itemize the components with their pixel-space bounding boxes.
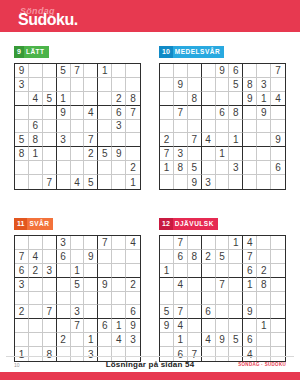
sudoku-cell-r3c6[interactable]: [229, 264, 243, 278]
sudoku-cell-r5c2[interactable]: [174, 120, 188, 134]
sudoku-cell-r6c4[interactable]: 4: [202, 133, 216, 147]
sudoku-cell-r6c7[interactable]: [98, 133, 112, 147]
sudoku-cell-r7c1[interactable]: 9: [160, 319, 174, 333]
sudoku-cell-r7c3[interactable]: [43, 319, 57, 333]
sudoku-cell-r7c3[interactable]: [188, 319, 202, 333]
sudoku-cell-r8c2[interactable]: [29, 161, 43, 175]
sudoku-cell-r2c1[interactable]: [160, 78, 174, 92]
sudoku-cell-r8c7[interactable]: [243, 161, 257, 175]
sudoku-cell-r2c6[interactable]: [84, 78, 98, 92]
sudoku-cell-r6c6[interactable]: 7: [84, 133, 98, 147]
sudoku-cell-r3c1[interactable]: [15, 92, 29, 106]
sudoku-cell-r1c6[interactable]: [84, 236, 98, 250]
sudoku-cell-r3c6[interactable]: [84, 92, 98, 106]
sudoku-cell-r1c5[interactable]: 9: [216, 64, 230, 78]
sudoku-cell-r3c2[interactable]: [174, 264, 188, 278]
sudoku-cell-r5c9[interactable]: [126, 120, 140, 134]
sudoku-cell-r9c8[interactable]: [257, 175, 271, 189]
sudoku-cell-r2c4[interactable]: 6: [57, 250, 71, 264]
sudoku-cell-r5c5[interactable]: [71, 120, 85, 134]
sudoku-cell-r9c4[interactable]: 3: [202, 175, 216, 189]
sudoku-cell-r5c6[interactable]: [84, 292, 98, 306]
sudoku-cell-r3c9[interactable]: [126, 264, 140, 278]
sudoku-cell-r6c2[interactable]: [29, 305, 43, 319]
sudoku-cell-r6c8[interactable]: [257, 133, 271, 147]
sudoku-cell-r1c2[interactable]: 7: [174, 236, 188, 250]
sudoku-cell-r1c7[interactable]: [243, 64, 257, 78]
sudoku-cell-r2c8[interactable]: [257, 250, 271, 264]
sudoku-cell-r8c8[interactable]: [257, 333, 271, 347]
sudoku-cell-r1c1[interactable]: 9: [15, 64, 29, 78]
sudoku-cell-r6c2[interactable]: 7: [174, 305, 188, 319]
sudoku-cell-r7c4[interactable]: [57, 147, 71, 161]
sudoku-cell-r7c9[interactable]: [271, 147, 285, 161]
sudoku-cell-r6c5[interactable]: [216, 305, 230, 319]
sudoku-cell-r1c5[interactable]: [216, 236, 230, 250]
sudoku-cell-r9c4[interactable]: [57, 175, 71, 189]
sudoku-cell-r8c7[interactable]: 6: [243, 333, 257, 347]
sudoku-cell-r7c8[interactable]: 1: [257, 319, 271, 333]
sudoku-cell-r4c7[interactable]: [98, 106, 112, 120]
sudoku-cell-r8c5[interactable]: [216, 161, 230, 175]
sudoku-cell-r4c9[interactable]: [271, 106, 285, 120]
sudoku-cell-r6c6[interactable]: 1: [229, 133, 243, 147]
sudoku-cell-r9c2[interactable]: [174, 175, 188, 189]
sudoku-cell-r7c5[interactable]: [216, 319, 230, 333]
sudoku-cell-r8c4[interactable]: 2: [57, 333, 71, 347]
sudoku-cell-r1c1[interactable]: [15, 236, 29, 250]
sudoku-cell-r6c1[interactable]: 5: [160, 305, 174, 319]
sudoku-cell-r3c3[interactable]: [188, 264, 202, 278]
sudoku-cell-r5c7[interactable]: [98, 120, 112, 134]
sudoku-cell-r2c9[interactable]: [271, 250, 285, 264]
sudoku-cell-r2c6[interactable]: 5: [229, 78, 243, 92]
sudoku-cell-r2c2[interactable]: 6: [174, 250, 188, 264]
sudoku-cell-r5c8[interactable]: [257, 292, 271, 306]
sudoku-cell-r4c9[interactable]: 2: [126, 278, 140, 292]
sudoku-cell-r9c6[interactable]: [229, 175, 243, 189]
sudoku-cell-r7c4[interactable]: [202, 319, 216, 333]
sudoku-cell-r2c6[interactable]: [229, 250, 243, 264]
sudoku-cell-r6c9[interactable]: 6: [126, 305, 140, 319]
sudoku-cell-r6c3[interactable]: [188, 305, 202, 319]
sudoku-cell-r8c6[interactable]: 5: [229, 333, 243, 347]
sudoku-cell-r1c6[interactable]: [84, 64, 98, 78]
sudoku-cell-r6c9[interactable]: [126, 133, 140, 147]
sudoku-cell-r8c9[interactable]: 6: [271, 161, 285, 175]
sudoku-cell-r9c8[interactable]: [112, 175, 126, 189]
sudoku-cell-r5c3[interactable]: [188, 292, 202, 306]
sudoku-cell-r8c3[interactable]: 5: [188, 161, 202, 175]
sudoku-cell-r2c7[interactable]: 7: [243, 250, 257, 264]
sudoku-cell-r1c9[interactable]: 7: [271, 64, 285, 78]
sudoku-cell-r1c3[interactable]: [188, 64, 202, 78]
sudoku-cell-r4c7[interactable]: 1: [243, 278, 257, 292]
sudoku-cell-r2c2[interactable]: [29, 78, 43, 92]
sudoku-cell-r4c8[interactable]: 9: [257, 106, 271, 120]
sudoku-cell-r1c4[interactable]: [202, 236, 216, 250]
sudoku-cell-r1c7[interactable]: 4: [243, 236, 257, 250]
sudoku-cell-r5c7[interactable]: [98, 292, 112, 306]
sudoku-cell-r2c8[interactable]: [112, 78, 126, 92]
sudoku-cell-r4c7[interactable]: 9: [98, 278, 112, 292]
sudoku-cell-r8c5[interactable]: [71, 333, 85, 347]
sudoku-cell-r6c6[interactable]: [84, 305, 98, 319]
sudoku-cell-r1c3[interactable]: [43, 64, 57, 78]
sudoku-cell-r1c4[interactable]: 3: [57, 236, 71, 250]
sudoku-cell-r2c8[interactable]: 3: [257, 78, 271, 92]
sudoku-cell-r8c9[interactable]: [271, 333, 285, 347]
sudoku-cell-r3c3[interactable]: 5: [43, 92, 57, 106]
sudoku-cell-r8c8[interactable]: 4: [112, 333, 126, 347]
sudoku-cell-r5c2[interactable]: [174, 292, 188, 306]
sudoku-cell-r2c1[interactable]: 3: [15, 78, 29, 92]
sudoku-cell-r5c9[interactable]: [271, 120, 285, 134]
sudoku-cell-r3c6[interactable]: [84, 264, 98, 278]
sudoku-cell-r6c1[interactable]: 5: [15, 133, 29, 147]
sudoku-cell-r4c4[interactable]: [57, 278, 71, 292]
sudoku-cell-r4c1[interactable]: [160, 278, 174, 292]
sudoku-cell-r4c1[interactable]: 3: [15, 278, 29, 292]
sudoku-cell-r8c4[interactable]: [202, 161, 216, 175]
sudoku-cell-r4c5[interactable]: 6: [216, 106, 230, 120]
sudoku-cell-r7c8[interactable]: [257, 147, 271, 161]
sudoku-cell-r2c4[interactable]: [57, 78, 71, 92]
sudoku-cell-r8c4[interactable]: [57, 161, 71, 175]
sudoku-cell-r2c7[interactable]: [98, 250, 112, 264]
sudoku-cell-r4c3[interactable]: [43, 278, 57, 292]
sudoku-cell-r1c9[interactable]: 4: [126, 236, 140, 250]
sudoku-cell-r6c3[interactable]: [43, 133, 57, 147]
sudoku-cell-r1c8[interactable]: [257, 236, 271, 250]
sudoku-cell-r3c1[interactable]: 1: [160, 264, 174, 278]
sudoku-cell-r7c4[interactable]: [202, 147, 216, 161]
sudoku-cell-r7c5[interactable]: [71, 147, 85, 161]
sudoku-cell-r9c5[interactable]: 4: [71, 175, 85, 189]
sudoku-cell-r5c5[interactable]: [71, 292, 85, 306]
sudoku-cell-r8c5[interactable]: 9: [216, 333, 230, 347]
sudoku-cell-r5c4[interactable]: [202, 120, 216, 134]
sudoku-cell-r8c1[interactable]: 1: [160, 161, 174, 175]
sudoku-cell-r8c1[interactable]: [15, 333, 29, 347]
sudoku-cell-r1c2[interactable]: [29, 236, 43, 250]
sudoku-cell-r6c3[interactable]: 7: [43, 305, 57, 319]
sudoku-cell-r7c7[interactable]: 5: [98, 147, 112, 161]
sudoku-cell-r6c9[interactable]: [271, 305, 285, 319]
sudoku-cell-r2c9[interactable]: [126, 78, 140, 92]
sudoku-cell-r3c9[interactable]: 8: [126, 92, 140, 106]
sudoku-cell-r8c7[interactable]: [98, 333, 112, 347]
sudoku-cell-r5c7[interactable]: [243, 120, 257, 134]
sudoku-cell-r2c2[interactable]: 9: [174, 78, 188, 92]
sudoku-cell-r2c3[interactable]: [43, 250, 57, 264]
sudoku-cell-r5c5[interactable]: [216, 292, 230, 306]
sudoku-cell-r5c1[interactable]: [15, 120, 29, 134]
sudoku-cell-r5c5[interactable]: [216, 120, 230, 134]
sudoku-cell-r3c4[interactable]: [202, 264, 216, 278]
sudoku-cell-r1c1[interactable]: [160, 64, 174, 78]
sudoku-cell-r6c4[interactable]: 3: [57, 133, 71, 147]
sudoku-cell-r6c2[interactable]: 8: [29, 133, 43, 147]
sudoku-cell-r4c4[interactable]: [202, 278, 216, 292]
sudoku-cell-r3c2[interactable]: [174, 92, 188, 106]
sudoku-cell-r9c1[interactable]: [160, 175, 174, 189]
sudoku-cell-r2c4[interactable]: [202, 78, 216, 92]
sudoku-cell-r8c9[interactable]: 2: [126, 161, 140, 175]
sudoku-cell-r8c5[interactable]: [71, 161, 85, 175]
sudoku-cell-r8c6[interactable]: 3: [229, 161, 243, 175]
sudoku-cell-r7c6[interactable]: [229, 147, 243, 161]
sudoku-cell-r5c1[interactable]: [160, 292, 174, 306]
sudoku-cell-r5c2[interactable]: [29, 292, 43, 306]
sudoku-cell-r5c8[interactable]: [112, 292, 126, 306]
sudoku-cell-r3c5[interactable]: [216, 92, 230, 106]
sudoku-cell-r4c6[interactable]: 4: [84, 106, 98, 120]
sudoku-cell-r4c5[interactable]: [71, 106, 85, 120]
sudoku-cell-r9c1[interactable]: [15, 175, 29, 189]
sudoku-cell-r7c7[interactable]: [243, 319, 257, 333]
sudoku-cell-r6c7[interactable]: [243, 133, 257, 147]
sudoku-cell-r4c3[interactable]: [188, 106, 202, 120]
sudoku-cell-r7c6[interactable]: [84, 319, 98, 333]
sudoku-cell-r8c3[interactable]: [188, 333, 202, 347]
sudoku-cell-r5c2[interactable]: 6: [29, 120, 43, 134]
sudoku-cell-r9c7[interactable]: [243, 175, 257, 189]
sudoku-cell-r6c6[interactable]: [229, 305, 243, 319]
sudoku-cell-r3c8[interactable]: [112, 264, 126, 278]
sudoku-cell-r1c8[interactable]: [257, 64, 271, 78]
sudoku-cell-r1c7[interactable]: 1: [98, 64, 112, 78]
sudoku-cell-r8c6[interactable]: [84, 161, 98, 175]
sudoku-cell-r5c6[interactable]: [229, 120, 243, 134]
sudoku-cell-r6c5[interactable]: 3: [71, 305, 85, 319]
sudoku-cell-r3c8[interactable]: 2: [257, 264, 271, 278]
sudoku-cell-r6c1[interactable]: 2: [160, 133, 174, 147]
sudoku-cell-r2c1[interactable]: [160, 250, 174, 264]
sudoku-cell-r1c5[interactable]: 7: [71, 64, 85, 78]
sudoku-cell-r5c4[interactable]: [57, 120, 71, 134]
sudoku-cell-r4c1[interactable]: [160, 106, 174, 120]
sudoku-cell-r5c1[interactable]: [15, 292, 29, 306]
sudoku-cell-r3c7[interactable]: 6: [243, 264, 257, 278]
sudoku-cell-r9c3[interactable]: 9: [188, 175, 202, 189]
sudoku-cell-r8c3[interactable]: [43, 161, 57, 175]
sudoku-cell-r6c4[interactable]: 6: [202, 305, 216, 319]
sudoku-cell-r3c2[interactable]: 2: [29, 264, 43, 278]
sudoku-cell-r8c2[interactable]: 8: [174, 161, 188, 175]
sudoku-cell-r2c7[interactable]: 8: [243, 78, 257, 92]
sudoku-cell-r8c4[interactable]: 4: [202, 333, 216, 347]
sudoku-cell-r8c2[interactable]: 1: [174, 333, 188, 347]
sudoku-cell-r7c6[interactable]: 2: [84, 147, 98, 161]
sudoku-cell-r2c5[interactable]: 5: [216, 250, 230, 264]
sudoku-cell-r1c6[interactable]: 1: [229, 236, 243, 250]
sudoku-cell-r5c9[interactable]: [126, 292, 140, 306]
sudoku-cell-r3c5[interactable]: [216, 264, 230, 278]
sudoku-cell-r3c6[interactable]: [229, 92, 243, 106]
sudoku-cell-r5c3[interactable]: [43, 120, 57, 134]
sudoku-cell-r7c3[interactable]: [188, 147, 202, 161]
sudoku-cell-r3c4[interactable]: 1: [57, 92, 71, 106]
sudoku-cell-r3c2[interactable]: 4: [29, 92, 43, 106]
sudoku-cell-r8c3[interactable]: [43, 333, 57, 347]
sudoku-cell-r7c8[interactable]: 1: [112, 319, 126, 333]
sudoku-cell-r7c9[interactable]: [271, 319, 285, 333]
sudoku-cell-r6c5[interactable]: [71, 133, 85, 147]
sudoku-cell-r9c5[interactable]: [216, 175, 230, 189]
sudoku-cell-r6c3[interactable]: 7: [188, 133, 202, 147]
sudoku-cell-r2c6[interactable]: 9: [84, 250, 98, 264]
sudoku-cell-r3c7[interactable]: 9: [243, 92, 257, 106]
sudoku-cell-r5c8[interactable]: 3: [112, 120, 126, 134]
sudoku-cell-r4c6[interactable]: [84, 278, 98, 292]
sudoku-cell-r2c7[interactable]: [98, 78, 112, 92]
sudoku-cell-r6c2[interactable]: [174, 133, 188, 147]
sudoku-cell-r2c5[interactable]: [216, 78, 230, 92]
sudoku-cell-r1c9[interactable]: [271, 236, 285, 250]
sudoku-cell-r7c5[interactable]: 1: [216, 147, 230, 161]
sudoku-cell-r4c3[interactable]: [188, 278, 202, 292]
sudoku-cell-r4c8[interactable]: 8: [257, 278, 271, 292]
sudoku-cell-r4c7[interactable]: [243, 106, 257, 120]
sudoku-cell-r7c7[interactable]: 6: [98, 319, 112, 333]
sudoku-cell-r2c1[interactable]: 7: [15, 250, 29, 264]
sudoku-cell-r7c6[interactable]: [229, 319, 243, 333]
sudoku-cell-r8c2[interactable]: [29, 333, 43, 347]
sudoku-cell-r5c3[interactable]: [43, 292, 57, 306]
sudoku-cell-r8c1[interactable]: [15, 161, 29, 175]
sudoku-cell-r6c8[interactable]: [257, 305, 271, 319]
sudoku-cell-r3c7[interactable]: [98, 264, 112, 278]
sudoku-cell-r2c3[interactable]: [188, 78, 202, 92]
sudoku-cell-r1c8[interactable]: [112, 236, 126, 250]
sudoku-cell-r1c4[interactable]: [202, 64, 216, 78]
sudoku-cell-r3c8[interactable]: 1: [257, 92, 271, 106]
sudoku-cell-r7c1[interactable]: 8: [15, 147, 29, 161]
sudoku-cell-r6c1[interactable]: 2: [15, 305, 29, 319]
sudoku-cell-r4c3[interactable]: [43, 106, 57, 120]
sudoku-cell-r4c4[interactable]: [202, 106, 216, 120]
sudoku-cell-r4c8[interactable]: [112, 278, 126, 292]
sudoku-cell-r9c3[interactable]: 7: [43, 175, 57, 189]
sudoku-cell-r4c8[interactable]: 6: [112, 106, 126, 120]
sudoku-cell-r9c7[interactable]: [98, 175, 112, 189]
sudoku-cell-r7c8[interactable]: 9: [112, 147, 126, 161]
sudoku-cell-r4c2[interactable]: [29, 278, 43, 292]
sudoku-cell-r1c2[interactable]: [174, 64, 188, 78]
sudoku-cell-r4c4[interactable]: 9: [57, 106, 71, 120]
sudoku-cell-r5c9[interactable]: [271, 292, 285, 306]
sudoku-cell-r1c7[interactable]: 7: [98, 236, 112, 250]
sudoku-cell-r2c9[interactable]: [271, 78, 285, 92]
sudoku-cell-r3c3[interactable]: 8: [188, 92, 202, 106]
sudoku-cell-r2c9[interactable]: [126, 250, 140, 264]
sudoku-cell-r5c7[interactable]: [243, 292, 257, 306]
sudoku-cell-r5c1[interactable]: [160, 120, 174, 134]
sudoku-cell-r2c5[interactable]: [71, 250, 85, 264]
sudoku-cell-r3c1[interactable]: [160, 92, 174, 106]
sudoku-cell-r7c2[interactable]: 4: [174, 319, 188, 333]
sudoku-cell-r8c8[interactable]: [257, 161, 271, 175]
sudoku-cell-r8c6[interactable]: 1: [84, 333, 98, 347]
sudoku-cell-r1c5[interactable]: [71, 236, 85, 250]
sudoku-cell-r8c1[interactable]: [160, 333, 174, 347]
sudoku-cell-r5c4[interactable]: [202, 292, 216, 306]
sudoku-cell-r9c2[interactable]: [29, 175, 43, 189]
sudoku-cell-r7c2[interactable]: 1: [29, 147, 43, 161]
sudoku-cell-r3c8[interactable]: 2: [112, 92, 126, 106]
sudoku-cell-r4c6[interactable]: 8: [229, 106, 243, 120]
sudoku-cell-r2c3[interactable]: 8: [188, 250, 202, 264]
sudoku-cell-r6c7[interactable]: 9: [243, 305, 257, 319]
sudoku-cell-r8c8[interactable]: [112, 161, 126, 175]
sudoku-cell-r3c4[interactable]: [57, 264, 71, 278]
sudoku-cell-r1c8[interactable]: [112, 64, 126, 78]
sudoku-cell-r7c3[interactable]: [43, 147, 57, 161]
sudoku-cell-r5c6[interactable]: [229, 292, 243, 306]
sudoku-cell-r9c9[interactable]: [271, 175, 285, 189]
sudoku-cell-r5c6[interactable]: [84, 120, 98, 134]
sudoku-cell-r1c9[interactable]: [126, 64, 140, 78]
sudoku-cell-r2c3[interactable]: [43, 78, 57, 92]
sudoku-cell-r4c5[interactable]: 7: [216, 278, 230, 292]
sudoku-cell-r7c2[interactable]: [29, 319, 43, 333]
sudoku-cell-r1c3[interactable]: [188, 236, 202, 250]
sudoku-cell-r8c9[interactable]: 3: [126, 333, 140, 347]
sudoku-cell-r4c5[interactable]: 5: [71, 278, 85, 292]
sudoku-cell-r7c7[interactable]: [243, 147, 257, 161]
sudoku-cell-r6c7[interactable]: [98, 305, 112, 319]
sudoku-cell-r3c4[interactable]: [202, 92, 216, 106]
sudoku-cell-r4c6[interactable]: [229, 278, 243, 292]
sudoku-cell-r3c3[interactable]: 3: [43, 264, 57, 278]
sudoku-cell-r9c9[interactable]: 1: [126, 175, 140, 189]
sudoku-cell-r4c9[interactable]: 7: [126, 106, 140, 120]
sudoku-cell-r1c1[interactable]: [160, 236, 174, 250]
sudoku-cell-r6c8[interactable]: [112, 133, 126, 147]
sudoku-cell-r2c4[interactable]: 2: [202, 250, 216, 264]
sudoku-cell-r7c9[interactable]: [126, 147, 140, 161]
sudoku-cell-r3c1[interactable]: 6: [15, 264, 29, 278]
sudoku-cell-r7c1[interactable]: 7: [160, 147, 174, 161]
sudoku-cell-r1c2[interactable]: [29, 64, 43, 78]
sudoku-cell-r1c3[interactable]: [43, 236, 57, 250]
sudoku-cell-r3c5[interactable]: [71, 92, 85, 106]
sudoku-cell-r3c7[interactable]: [98, 92, 112, 106]
sudoku-cell-r7c1[interactable]: [15, 319, 29, 333]
sudoku-cell-r2c2[interactable]: 4: [29, 250, 43, 264]
sudoku-cell-r9c6[interactable]: 5: [84, 175, 98, 189]
sudoku-cell-r2c5[interactable]: [71, 78, 85, 92]
sudoku-cell-r4c2[interactable]: 4: [174, 278, 188, 292]
sudoku-cell-r5c4[interactable]: [57, 292, 71, 306]
sudoku-cell-r6c8[interactable]: [112, 305, 126, 319]
sudoku-cell-r4c2[interactable]: [29, 106, 43, 120]
sudoku-cell-r6c5[interactable]: [216, 133, 230, 147]
sudoku-cell-r1c6[interactable]: 6: [229, 64, 243, 78]
sudoku-cell-r5c8[interactable]: [257, 120, 271, 134]
sudoku-cell-r4c9[interactable]: [271, 278, 285, 292]
sudoku-cell-r7c5[interactable]: 7: [71, 319, 85, 333]
sudoku-cell-r7c4[interactable]: [57, 319, 71, 333]
sudoku-cell-r8c7[interactable]: [98, 161, 112, 175]
sudoku-cell-r3c9[interactable]: 4: [271, 92, 285, 106]
sudoku-cell-r3c5[interactable]: 1: [71, 264, 85, 278]
sudoku-cell-r6c9[interactable]: 9: [271, 133, 285, 147]
sudoku-cell-r1c4[interactable]: 5: [57, 64, 71, 78]
sudoku-cell-r6c4[interactable]: [57, 305, 71, 319]
sudoku-cell-r4c2[interactable]: 7: [174, 106, 188, 120]
